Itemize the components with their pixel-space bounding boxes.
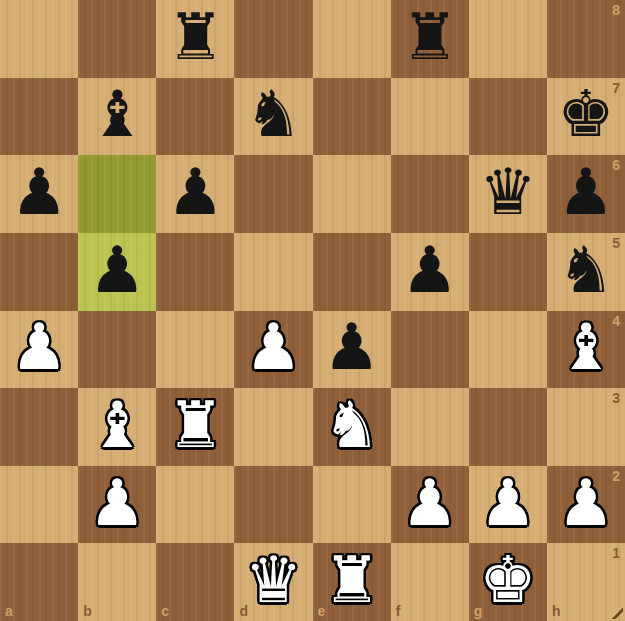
square-e6[interactable] [313,155,391,233]
square-g8[interactable] [469,0,547,78]
chess-board: ♜♜8♝♞♚7♟♟♛♟6♟♟♞5♟♟♟♝4♝♜♞3♟♟♟♟2abc♛d♜ef♚g… [0,0,625,621]
piece-white-pawn[interactable]: ♟ [245,315,302,379]
square-c5[interactable] [156,233,234,311]
square-h1[interactable]: 1h [547,543,625,621]
square-e7[interactable] [313,78,391,156]
square-d2[interactable] [234,466,312,544]
piece-white-king[interactable]: ♚ [479,548,536,612]
piece-white-pawn[interactable]: ♟ [89,471,146,535]
piece-black-queen[interactable]: ♛ [479,160,536,224]
square-e1[interactable]: ♜e [313,543,391,621]
square-c6[interactable]: ♟ [156,155,234,233]
square-d6[interactable] [234,155,312,233]
square-e3[interactable]: ♞ [313,388,391,466]
piece-black-rook[interactable]: ♜ [401,5,458,69]
piece-black-knight[interactable]: ♞ [557,238,614,302]
square-c2[interactable] [156,466,234,544]
square-a8[interactable] [0,0,78,78]
square-a6[interactable]: ♟ [0,155,78,233]
square-a5[interactable] [0,233,78,311]
square-b3[interactable]: ♝ [78,388,156,466]
square-d8[interactable] [234,0,312,78]
square-g3[interactable] [469,388,547,466]
piece-white-rook[interactable]: ♜ [167,393,224,457]
square-f5[interactable]: ♟ [391,233,469,311]
piece-white-pawn[interactable]: ♟ [557,471,614,535]
square-h4[interactable]: ♝4 [547,311,625,389]
coord-file-f: f [396,604,401,618]
coord-file-b: b [83,604,92,618]
piece-black-pawn[interactable]: ♟ [557,160,614,224]
square-g5[interactable] [469,233,547,311]
piece-white-bishop[interactable]: ♝ [557,315,614,379]
square-g7[interactable] [469,78,547,156]
coord-rank-8: 8 [612,3,620,17]
square-b7[interactable]: ♝ [78,78,156,156]
square-a4[interactable]: ♟ [0,311,78,389]
square-b1[interactable]: b [78,543,156,621]
square-g1[interactable]: ♚g [469,543,547,621]
piece-black-pawn[interactable]: ♟ [89,238,146,302]
square-e8[interactable] [313,0,391,78]
square-b6[interactable] [78,155,156,233]
square-c7[interactable] [156,78,234,156]
coord-rank-1: 1 [612,546,620,560]
piece-white-queen[interactable]: ♛ [245,548,302,612]
piece-white-bishop[interactable]: ♝ [89,393,146,457]
square-d4[interactable]: ♟ [234,311,312,389]
square-d7[interactable]: ♞ [234,78,312,156]
square-b2[interactable]: ♟ [78,466,156,544]
piece-black-pawn[interactable]: ♟ [401,238,458,302]
square-d3[interactable] [234,388,312,466]
square-c1[interactable]: c [156,543,234,621]
square-e4[interactable]: ♟ [313,311,391,389]
square-a1[interactable]: a [0,543,78,621]
square-g4[interactable] [469,311,547,389]
piece-black-pawn[interactable]: ♟ [323,315,380,379]
square-a7[interactable] [0,78,78,156]
square-e5[interactable] [313,233,391,311]
square-a3[interactable] [0,388,78,466]
square-b5[interactable]: ♟ [78,233,156,311]
square-h5[interactable]: ♞5 [547,233,625,311]
coord-file-a: a [5,604,13,618]
square-h3[interactable]: 3 [547,388,625,466]
square-h6[interactable]: ♟6 [547,155,625,233]
piece-white-pawn[interactable]: ♟ [401,471,458,535]
piece-black-bishop[interactable]: ♝ [89,82,146,146]
coord-file-c: c [161,604,169,618]
square-f7[interactable] [391,78,469,156]
piece-black-pawn[interactable]: ♟ [10,160,67,224]
piece-black-king[interactable]: ♚ [557,82,614,146]
square-b4[interactable] [78,311,156,389]
piece-white-knight[interactable]: ♞ [323,393,380,457]
square-d1[interactable]: ♛d [234,543,312,621]
square-f3[interactable] [391,388,469,466]
square-c3[interactable]: ♜ [156,388,234,466]
square-f8[interactable]: ♜ [391,0,469,78]
coord-file-h: h [552,604,561,618]
square-g6[interactable]: ♛ [469,155,547,233]
piece-black-rook[interactable]: ♜ [167,5,224,69]
piece-black-knight[interactable]: ♞ [245,82,302,146]
piece-black-pawn[interactable]: ♟ [167,160,224,224]
square-b8[interactable] [78,0,156,78]
coord-rank-3: 3 [612,391,620,405]
square-f4[interactable] [391,311,469,389]
square-h8[interactable]: 8 [547,0,625,78]
square-e2[interactable] [313,466,391,544]
square-c4[interactable] [156,311,234,389]
square-g2[interactable]: ♟ [469,466,547,544]
square-h7[interactable]: ♚7 [547,78,625,156]
square-c8[interactable]: ♜ [156,0,234,78]
square-d5[interactable] [234,233,312,311]
square-f2[interactable]: ♟ [391,466,469,544]
piece-white-pawn[interactable]: ♟ [479,471,536,535]
resize-handle-icon[interactable] [601,597,623,619]
piece-white-pawn[interactable]: ♟ [10,315,67,379]
square-f1[interactable]: f [391,543,469,621]
square-h2[interactable]: ♟2 [547,466,625,544]
square-f6[interactable] [391,155,469,233]
piece-white-rook[interactable]: ♜ [323,548,380,612]
square-a2[interactable] [0,466,78,544]
